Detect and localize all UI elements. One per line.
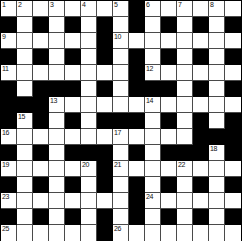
black-cell-r8c13 (193, 113, 209, 129)
white-cell-r2c10[interactable] (145, 17, 161, 33)
white-cell-r1c12[interactable]: 7 (177, 1, 193, 17)
white-cell-r1c10[interactable]: 6 (145, 1, 161, 17)
black-cell-r4c7 (97, 49, 113, 65)
white-cell-r3c9[interactable] (129, 33, 145, 49)
white-cell-r9c2[interactable] (17, 129, 33, 145)
black-cell-r14c11 (161, 209, 177, 225)
black-cell-r13c9 (129, 193, 145, 209)
white-cell-r15c3[interactable] (33, 225, 49, 241)
white-cell-r3c4[interactable] (49, 33, 65, 49)
black-cell-r2c5 (65, 17, 81, 33)
white-cell-r5c1[interactable]: 11 (1, 65, 17, 81)
white-cell-r15c13[interactable] (193, 225, 209, 241)
white-cell-r1c7[interactable] (97, 1, 113, 17)
white-cell-r7c13[interactable] (193, 97, 209, 113)
white-cell-r11c4[interactable] (49, 161, 65, 177)
white-cell-r7c4[interactable]: 13 (49, 97, 65, 113)
black-cell-r1c9 (129, 1, 145, 17)
white-cell-r10c8[interactable] (113, 145, 129, 161)
white-cell-r7c5[interactable] (65, 97, 81, 113)
white-cell-r3c11[interactable] (161, 33, 177, 49)
white-cell-r11c13[interactable] (193, 161, 209, 177)
white-cell-r3c2[interactable] (17, 33, 33, 49)
white-cell-r4c2[interactable] (17, 49, 33, 65)
white-cell-r13c5[interactable] (65, 193, 81, 209)
white-cell-r5c2[interactable] (17, 65, 33, 81)
white-cell-r6c2[interactable] (17, 81, 33, 97)
white-cell-r6c12[interactable] (177, 81, 193, 97)
white-cell-r4c4[interactable] (49, 49, 65, 65)
black-cell-r4c15 (225, 49, 241, 65)
black-cell-r8c9 (129, 113, 145, 129)
black-cell-r8c7 (97, 113, 113, 129)
clue-number-12: 12 (146, 65, 153, 73)
white-cell-r15c15[interactable] (225, 225, 241, 241)
clue-number-24: 24 (146, 193, 153, 201)
white-cell-r13c2[interactable] (17, 193, 33, 209)
black-cell-r2c9 (129, 17, 145, 33)
white-cell-r8c6[interactable] (81, 113, 97, 129)
black-cell-r14c7 (97, 209, 113, 225)
white-cell-r1c2[interactable]: 2 (17, 1, 33, 17)
clue-number-8: 8 (210, 1, 214, 9)
white-cell-r7c14[interactable] (209, 97, 225, 113)
white-cell-r5c8[interactable] (113, 65, 129, 81)
white-cell-r13c13[interactable] (193, 193, 209, 209)
white-cell-r12c4[interactable] (49, 177, 65, 193)
white-cell-r13c3[interactable] (33, 193, 49, 209)
white-cell-r13c14[interactable] (209, 193, 225, 209)
white-cell-r5c10[interactable]: 12 (145, 65, 161, 81)
crossword-grid: 1234567891011121314151617181920212223242… (0, 0, 242, 241)
white-cell-r12c12[interactable] (177, 177, 193, 193)
white-cell-r13c1[interactable]: 23 (1, 193, 17, 209)
white-cell-r3c6[interactable] (81, 33, 97, 49)
white-cell-r11c12[interactable]: 22 (177, 161, 193, 177)
black-cell-r4c13 (193, 49, 209, 65)
white-cell-r1c14[interactable]: 8 (209, 1, 225, 17)
white-cell-r15c8[interactable]: 26 (113, 225, 129, 241)
white-cell-r7c8[interactable] (113, 97, 129, 113)
white-cell-r2c2[interactable] (17, 17, 33, 33)
white-cell-r12c14[interactable] (209, 177, 225, 193)
white-cell-r9c9[interactable] (129, 129, 145, 145)
white-cell-r15c9[interactable] (129, 225, 145, 241)
black-cell-r10c13 (193, 145, 209, 161)
black-cell-r6c1 (1, 81, 17, 97)
white-cell-r10c10[interactable] (145, 145, 161, 161)
black-cell-r10c6 (81, 145, 97, 161)
clue-number-21: 21 (114, 161, 121, 169)
white-cell-r14c12[interactable] (177, 209, 193, 225)
black-cell-r8c8 (113, 113, 129, 129)
black-cell-r6c3 (33, 81, 49, 97)
white-cell-r5c11[interactable] (161, 65, 177, 81)
white-cell-r5c15[interactable] (225, 65, 241, 81)
black-cell-r12c9 (129, 177, 145, 193)
white-cell-r4c6[interactable] (81, 49, 97, 65)
black-cell-r6c9 (129, 81, 145, 97)
white-cell-r9c3[interactable] (33, 129, 49, 145)
white-cell-r12c6[interactable] (81, 177, 97, 193)
white-cell-r10c14[interactable]: 18 (209, 145, 225, 161)
white-cell-r3c5[interactable] (65, 33, 81, 49)
black-cell-r3c7 (97, 33, 113, 49)
black-cell-r4c1 (1, 49, 17, 65)
black-cell-r4c9 (129, 49, 145, 65)
white-cell-r7c11[interactable] (161, 97, 177, 113)
white-cell-r15c6[interactable] (81, 225, 97, 241)
black-cell-r14c9 (129, 209, 145, 225)
white-cell-r5c7[interactable] (97, 65, 113, 81)
white-cell-r11c15[interactable] (225, 161, 241, 177)
white-cell-r8c2[interactable]: 15 (17, 113, 33, 129)
white-cell-r14c4[interactable] (49, 209, 65, 225)
white-cell-r4c8[interactable] (113, 49, 129, 65)
black-cell-r7c3 (33, 97, 49, 113)
black-cell-r2c13 (193, 17, 209, 33)
white-cell-r14c2[interactable] (17, 209, 33, 225)
black-cell-r10c7 (97, 145, 113, 161)
black-cell-r10c3 (33, 145, 49, 161)
clue-number-13: 13 (50, 97, 57, 105)
black-cell-r14c3 (33, 209, 49, 225)
white-cell-r5c3[interactable] (33, 65, 49, 81)
clue-number-3: 3 (50, 1, 54, 9)
white-cell-r11c10[interactable] (145, 161, 161, 177)
black-cell-r11c7 (97, 161, 113, 177)
black-cell-r12c7 (97, 177, 113, 193)
black-cell-r6c11 (161, 81, 177, 97)
black-cell-r2c7 (97, 17, 113, 33)
white-cell-r9c6[interactable] (81, 129, 97, 145)
clue-number-18: 18 (210, 145, 217, 153)
clue-number-16: 16 (2, 129, 9, 137)
black-cell-r15c7 (97, 225, 113, 241)
clue-number-6: 6 (146, 1, 150, 9)
black-cell-r6c4 (49, 81, 65, 97)
white-cell-r15c1[interactable]: 25 (1, 225, 17, 241)
white-cell-r9c5[interactable] (65, 129, 81, 145)
black-cell-r14c5 (65, 209, 81, 225)
clue-number-7: 7 (178, 1, 182, 9)
white-cell-r7c7[interactable] (97, 97, 113, 113)
white-cell-r7c9[interactable] (129, 97, 145, 113)
white-cell-r3c12[interactable] (177, 33, 193, 49)
white-cell-r8c10[interactable] (145, 113, 161, 129)
clue-number-1: 1 (2, 1, 6, 9)
white-cell-r3c3[interactable] (33, 33, 49, 49)
white-cell-r8c12[interactable] (177, 113, 193, 129)
black-cell-r6c5 (65, 81, 81, 97)
white-cell-r12c8[interactable] (113, 177, 129, 193)
black-cell-r2c15 (225, 17, 241, 33)
white-cell-r1c6[interactable]: 4 (81, 1, 97, 17)
clue-number-2: 2 (18, 1, 22, 9)
white-cell-r5c4[interactable] (49, 65, 65, 81)
clue-number-22: 22 (178, 161, 185, 169)
white-cell-r3c15[interactable] (225, 33, 241, 49)
black-cell-r2c1 (1, 17, 17, 33)
black-cell-r12c11 (161, 177, 177, 193)
white-cell-r2c6[interactable] (81, 17, 97, 33)
clue-number-9: 9 (2, 33, 6, 41)
black-cell-r8c5 (65, 113, 81, 129)
black-cell-r6c13 (193, 81, 209, 97)
white-cell-r13c15[interactable] (225, 193, 241, 209)
white-cell-r15c14[interactable] (209, 225, 225, 241)
white-cell-r2c14[interactable] (209, 17, 225, 33)
black-cell-r8c1 (1, 113, 17, 129)
black-cell-r10c5 (65, 145, 81, 161)
white-cell-r11c1[interactable]: 19 (1, 161, 17, 177)
black-cell-r10c11 (161, 145, 177, 161)
black-cell-r8c15 (225, 113, 241, 129)
white-cell-r13c10[interactable]: 24 (145, 193, 161, 209)
black-cell-r12c15 (225, 177, 241, 193)
white-cell-r7c12[interactable] (177, 97, 193, 113)
white-cell-r4c10[interactable] (145, 49, 161, 65)
clue-number-17: 17 (114, 129, 121, 137)
white-cell-r9c4[interactable] (49, 129, 65, 145)
white-cell-r13c8[interactable] (113, 193, 129, 209)
black-cell-r4c5 (65, 49, 81, 65)
white-cell-r13c11[interactable] (161, 193, 177, 209)
clue-number-26: 26 (114, 225, 121, 233)
black-cell-r10c9 (129, 145, 145, 161)
white-cell-r11c5[interactable] (65, 161, 81, 177)
white-cell-r9c1[interactable]: 16 (1, 129, 17, 145)
white-cell-r15c10[interactable] (145, 225, 161, 241)
black-cell-r8c3 (33, 113, 49, 129)
clue-number-23: 23 (2, 193, 9, 201)
black-cell-r6c15 (225, 81, 241, 97)
clue-number-5: 5 (114, 1, 118, 9)
black-cell-r10c15 (225, 145, 241, 161)
white-cell-r1c3[interactable] (33, 1, 49, 17)
white-cell-r5c5[interactable] (65, 65, 81, 81)
white-cell-r1c13[interactable] (193, 1, 209, 17)
white-cell-r11c2[interactable] (17, 161, 33, 177)
white-cell-r2c12[interactable] (177, 17, 193, 33)
white-cell-r7c10[interactable]: 14 (145, 97, 161, 113)
white-cell-r9c8[interactable]: 17 (113, 129, 129, 145)
white-cell-r3c8[interactable]: 10 (113, 33, 129, 49)
white-cell-r14c14[interactable] (209, 209, 225, 225)
clue-number-11: 11 (2, 65, 9, 73)
white-cell-r4c14[interactable] (209, 49, 225, 65)
white-cell-r12c10[interactable] (145, 177, 161, 193)
black-cell-r8c11 (161, 113, 177, 129)
clue-number-10: 10 (114, 33, 121, 41)
white-cell-r8c4[interactable] (49, 113, 65, 129)
black-cell-r6c7 (97, 81, 113, 97)
black-cell-r7c1 (1, 97, 17, 113)
white-cell-r11c3[interactable] (33, 161, 49, 177)
black-cell-r12c3 (33, 177, 49, 193)
clue-number-25: 25 (2, 225, 9, 233)
black-cell-r12c5 (65, 177, 81, 193)
white-cell-r11c9[interactable] (129, 161, 145, 177)
white-cell-r15c11[interactable] (161, 225, 177, 241)
white-cell-r15c4[interactable] (49, 225, 65, 241)
white-cell-r5c12[interactable] (177, 65, 193, 81)
white-cell-r5c6[interactable] (81, 65, 97, 81)
clue-number-19: 19 (2, 161, 9, 169)
white-cell-r13c7[interactable] (97, 193, 113, 209)
white-cell-r14c6[interactable] (81, 209, 97, 225)
white-cell-r2c4[interactable] (49, 17, 65, 33)
clue-number-20: 20 (82, 161, 89, 169)
black-cell-r14c1 (1, 209, 17, 225)
white-cell-r1c1[interactable]: 1 (1, 1, 17, 17)
white-cell-r1c8[interactable]: 5 (113, 1, 129, 17)
black-cell-r4c3 (33, 49, 49, 65)
white-cell-r4c12[interactable] (177, 49, 193, 65)
clue-number-4: 4 (82, 1, 86, 9)
white-cell-r15c12[interactable] (177, 225, 193, 241)
black-cell-r4c11 (161, 49, 177, 65)
white-cell-r11c6[interactable]: 20 (81, 161, 97, 177)
white-cell-r6c8[interactable] (113, 81, 129, 97)
white-cell-r13c6[interactable] (81, 193, 97, 209)
black-cell-r9c14 (209, 129, 225, 145)
white-cell-r12c2[interactable] (17, 177, 33, 193)
white-cell-r10c4[interactable] (49, 145, 65, 161)
white-cell-r9c7[interactable] (97, 129, 113, 145)
white-cell-r3c14[interactable] (209, 33, 225, 49)
white-cell-r1c11[interactable] (161, 1, 177, 17)
black-cell-r9c15 (225, 129, 241, 145)
white-cell-r6c6[interactable] (81, 81, 97, 97)
white-cell-r13c12[interactable] (177, 193, 193, 209)
white-cell-r1c4[interactable]: 3 (49, 1, 65, 17)
black-cell-r9c13 (193, 129, 209, 145)
white-cell-r11c8[interactable]: 21 (113, 161, 129, 177)
white-cell-r5c14[interactable] (209, 65, 225, 81)
white-cell-r9c10[interactable] (145, 129, 161, 145)
black-cell-r7c2 (17, 97, 33, 113)
black-cell-r2c3 (33, 17, 49, 33)
black-cell-r14c13 (193, 209, 209, 225)
clue-number-14: 14 (146, 97, 153, 105)
black-cell-r5c9 (129, 65, 145, 81)
white-cell-r10c2[interactable] (17, 145, 33, 161)
white-cell-r7c6[interactable] (81, 97, 97, 113)
white-cell-r8c14[interactable] (209, 113, 225, 129)
white-cell-r13c4[interactable] (49, 193, 65, 209)
white-cell-r9c11[interactable] (161, 129, 177, 145)
black-cell-r6c10 (145, 81, 161, 97)
white-cell-r2c8[interactable] (113, 17, 129, 33)
white-cell-r3c13[interactable] (193, 33, 209, 49)
white-cell-r3c1[interactable]: 9 (1, 33, 17, 49)
black-cell-r14c15 (225, 209, 241, 225)
clue-number-15: 15 (18, 113, 25, 121)
black-cell-r10c12 (177, 145, 193, 161)
white-cell-r1c5[interactable] (65, 1, 81, 17)
white-cell-r14c8[interactable] (113, 209, 129, 225)
white-cell-r11c11[interactable] (161, 161, 177, 177)
white-cell-r15c2[interactable] (17, 225, 33, 241)
white-cell-r14c10[interactable] (145, 209, 161, 225)
white-cell-r5c13[interactable] (193, 65, 209, 81)
black-cell-r2c11 (161, 17, 177, 33)
white-cell-r9c12[interactable] (177, 129, 193, 145)
white-cell-r6c14[interactable] (209, 81, 225, 97)
white-cell-r1c15[interactable] (225, 1, 241, 17)
black-cell-r12c13 (193, 177, 209, 193)
white-cell-r11c14[interactable] (209, 161, 225, 177)
white-cell-r15c5[interactable] (65, 225, 81, 241)
black-cell-r10c1 (1, 145, 17, 161)
white-cell-r3c10[interactable] (145, 33, 161, 49)
black-cell-r12c1 (1, 177, 17, 193)
white-cell-r7c15[interactable] (225, 97, 241, 113)
